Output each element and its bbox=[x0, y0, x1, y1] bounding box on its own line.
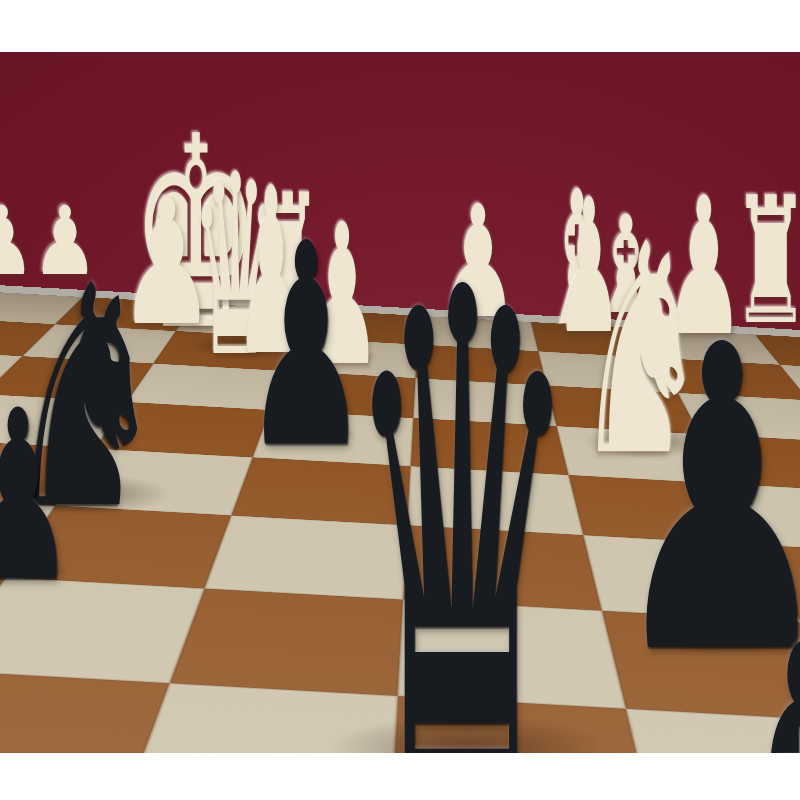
world-layer: ♟♟♚♟♛♜♟♟♟♝♟♝♞♟♜♟♞♟♟♛♝ bbox=[0, 52, 800, 753]
screenshot-frame: ♟♟♚♟♛♜♟♟♟♝♟♝♞♟♜♟♞♟♟♛♝ bbox=[0, 0, 800, 800]
piece-black-pawn-g6[interactable]: ♟ bbox=[0, 379, 76, 614]
square-f8[interactable] bbox=[0, 670, 170, 753]
bottom-letterbox-bar bbox=[0, 753, 800, 800]
piece-black-queen-d8[interactable]: ♛ bbox=[343, 206, 581, 753]
piece-black-bishop-c8[interactable]: ♝ bbox=[706, 589, 800, 753]
chess-scene: ♟♟♚♟♛♜♟♟♟♝♟♝♞♟♜♟♞♟♟♛♝ bbox=[0, 52, 800, 753]
top-letterbox-bar bbox=[0, 0, 800, 52]
